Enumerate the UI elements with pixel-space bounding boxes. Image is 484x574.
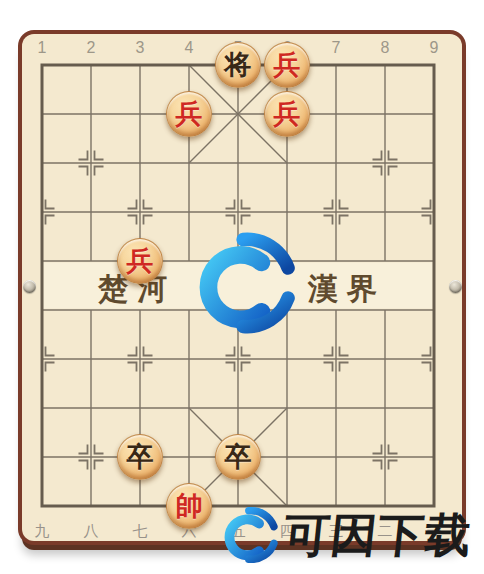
piece-red-general[interactable]: 帥 [166,483,212,529]
center-watermark-logo [195,231,299,335]
piece-glyph: 卒 [127,444,154,471]
piece-glyph: 将 [225,52,252,79]
piece-glyph: 兵 [176,101,203,128]
piece-red-pawn-4[interactable]: 兵 [117,238,163,284]
watermark-text: 可因下载 [281,506,475,564]
bottom-watermark: 可因下载 [222,506,472,564]
piece-red-pawn-1[interactable]: 兵 [264,42,310,88]
piece-glyph: 卒 [225,444,252,471]
piece-black-pawn-2[interactable]: 卒 [215,434,261,480]
piece-glyph: 兵 [274,101,301,128]
piece-black-general[interactable]: 将 [215,42,261,88]
piece-red-pawn-2[interactable]: 兵 [166,91,212,137]
c-swirl-logo-icon [195,231,299,335]
xiangqi-board: 123456789 楚河 漢界 将兵兵兵兵卒卒帥 九八七六五四三二一 [22,34,462,541]
piece-black-pawn-1[interactable]: 卒 [117,434,163,480]
piece-red-pawn-3[interactable]: 兵 [264,91,310,137]
piece-glyph: 兵 [274,52,301,79]
watermark-c-icon [222,506,280,564]
piece-glyph: 兵 [127,248,154,275]
piece-glyph: 帥 [176,493,203,520]
